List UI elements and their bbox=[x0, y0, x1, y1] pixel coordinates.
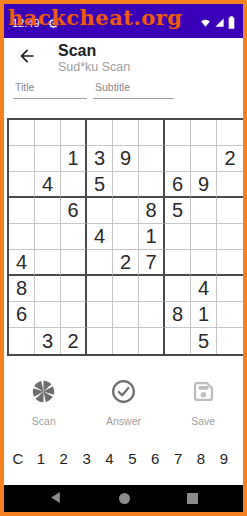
cell-r5c2[interactable] bbox=[35, 224, 61, 250]
cell-r8c1[interactable]: 6 bbox=[9, 302, 35, 328]
cell-r7c9[interactable] bbox=[217, 276, 243, 302]
cell-r3c7[interactable]: 6 bbox=[165, 172, 191, 198]
cell-r4c7[interactable]: 5 bbox=[165, 198, 191, 224]
cell-r7c6[interactable] bbox=[139, 276, 165, 302]
cell-r9c7[interactable] bbox=[165, 328, 191, 354]
cell-r4c5[interactable] bbox=[113, 198, 139, 224]
page-subtitle: Sud*ku Scan bbox=[58, 60, 130, 75]
signal-icon bbox=[214, 17, 225, 28]
cell-r2c1[interactable] bbox=[9, 146, 35, 172]
cell-r6c1[interactable]: 4 bbox=[9, 250, 35, 276]
aperture-icon bbox=[30, 378, 57, 409]
cell-r4c6[interactable]: 8 bbox=[139, 198, 165, 224]
cell-r3c9[interactable] bbox=[217, 172, 243, 198]
floppy-icon bbox=[190, 378, 217, 409]
scan-label: Scan bbox=[32, 415, 56, 427]
cell-r8c3[interactable] bbox=[61, 302, 87, 328]
cell-r2c9[interactable]: 2 bbox=[217, 146, 243, 172]
app-bar: Scan Sud*ku Scan bbox=[4, 38, 243, 78]
nav-back-icon[interactable] bbox=[49, 490, 62, 508]
nav-recents-icon[interactable] bbox=[187, 493, 198, 504]
cell-r3c3[interactable] bbox=[61, 172, 87, 198]
answer-button[interactable]: Answer bbox=[84, 378, 164, 427]
cell-r7c1[interactable]: 8 bbox=[9, 276, 35, 302]
arrow-back-icon bbox=[17, 46, 37, 70]
title-input[interactable]: Title bbox=[13, 78, 87, 99]
cell-r4c9[interactable] bbox=[217, 198, 243, 224]
cell-r9c6[interactable] bbox=[139, 328, 165, 354]
cell-r5c5[interactable] bbox=[113, 224, 139, 250]
cell-r2c8[interactable] bbox=[191, 146, 217, 172]
cell-r6c9[interactable] bbox=[217, 250, 243, 276]
clock: 12:49 bbox=[12, 17, 40, 29]
key-4[interactable]: 4 bbox=[104, 450, 116, 467]
key-3[interactable]: 3 bbox=[81, 450, 93, 467]
cell-r7c8[interactable]: 4 bbox=[191, 276, 217, 302]
cell-r4c8[interactable] bbox=[191, 198, 217, 224]
cell-r7c5[interactable] bbox=[113, 276, 139, 302]
cell-r9c9[interactable] bbox=[217, 328, 243, 354]
cell-r9c2[interactable]: 3 bbox=[35, 328, 61, 354]
cell-r6c6[interactable]: 7 bbox=[139, 250, 165, 276]
cell-r9c5[interactable] bbox=[113, 328, 139, 354]
cell-r3c8[interactable]: 9 bbox=[191, 172, 217, 198]
cell-r7c2[interactable] bbox=[35, 276, 61, 302]
key-6[interactable]: 6 bbox=[149, 450, 161, 467]
key-9[interactable]: 9 bbox=[218, 450, 230, 467]
key-8[interactable]: 8 bbox=[195, 450, 207, 467]
cell-r7c4[interactable] bbox=[87, 276, 113, 302]
cell-r4c1[interactable] bbox=[9, 198, 35, 224]
cell-r4c4[interactable] bbox=[87, 198, 113, 224]
cell-r1c2[interactable] bbox=[35, 120, 61, 146]
cell-r6c8[interactable] bbox=[191, 250, 217, 276]
cell-r7c7[interactable] bbox=[165, 276, 191, 302]
cell-r5c8[interactable] bbox=[191, 224, 217, 250]
save-button[interactable]: Save bbox=[163, 378, 243, 427]
keypad: C123456789 bbox=[4, 449, 243, 467]
save-label: Save bbox=[191, 415, 215, 427]
cell-r5c3[interactable] bbox=[61, 224, 87, 250]
cell-r1c9[interactable] bbox=[217, 120, 243, 146]
cell-r9c3[interactable]: 2 bbox=[61, 328, 87, 354]
cell-r3c5[interactable] bbox=[113, 172, 139, 198]
cell-r4c3[interactable]: 6 bbox=[61, 198, 87, 224]
cell-r5c9[interactable] bbox=[217, 224, 243, 250]
status-bar: 12:49 ⚙ bbox=[4, 4, 243, 38]
cell-r2c7[interactable] bbox=[165, 146, 191, 172]
wifi-icon bbox=[200, 17, 211, 28]
cell-r9c8[interactable]: 5 bbox=[191, 328, 217, 354]
cell-r2c6[interactable] bbox=[139, 146, 165, 172]
cell-r2c3[interactable]: 1 bbox=[61, 146, 87, 172]
cell-r9c1[interactable] bbox=[9, 328, 35, 354]
cell-r3c1[interactable] bbox=[9, 172, 35, 198]
scan-button[interactable]: Scan bbox=[4, 378, 84, 427]
key-1[interactable]: 1 bbox=[35, 450, 47, 467]
cell-r1c3[interactable] bbox=[61, 120, 87, 146]
cell-r5c4[interactable]: 4 bbox=[87, 224, 113, 250]
cell-r6c3[interactable] bbox=[61, 250, 87, 276]
cell-r1c8[interactable] bbox=[191, 120, 217, 146]
cell-r2c2[interactable] bbox=[35, 146, 61, 172]
cell-r5c6[interactable]: 1 bbox=[139, 224, 165, 250]
key-7[interactable]: 7 bbox=[172, 450, 184, 467]
android-nav-bar bbox=[4, 485, 243, 512]
key-5[interactable]: 5 bbox=[126, 450, 138, 467]
subtitle-input[interactable]: Subtitle bbox=[93, 78, 174, 99]
cell-r9c4[interactable] bbox=[87, 328, 113, 354]
battery-icon bbox=[228, 16, 235, 29]
cell-r5c7[interactable] bbox=[165, 224, 191, 250]
cell-r3c4[interactable]: 5 bbox=[87, 172, 113, 198]
gear-icon: ⚙ bbox=[48, 17, 60, 30]
cell-r8c9[interactable] bbox=[217, 302, 243, 328]
cell-r5c1[interactable] bbox=[9, 224, 35, 250]
cell-r6c4[interactable] bbox=[87, 250, 113, 276]
cell-r7c3[interactable] bbox=[61, 276, 87, 302]
cell-r2c5[interactable]: 9 bbox=[113, 146, 139, 172]
cell-r8c6[interactable] bbox=[139, 302, 165, 328]
cell-r2c4[interactable]: 3 bbox=[87, 146, 113, 172]
phone-screen: hackcheat.org 12:49 ⚙ Scan Sud*ku Scan bbox=[0, 0, 247, 516]
cell-r6c2[interactable] bbox=[35, 250, 61, 276]
key-2[interactable]: 2 bbox=[58, 450, 70, 467]
sudoku-grid: 139245696854142784681325 bbox=[7, 118, 245, 356]
cell-r6c7[interactable] bbox=[165, 250, 191, 276]
answer-label: Answer bbox=[106, 415, 141, 427]
check-circle-icon bbox=[110, 378, 137, 409]
cell-r4c2[interactable] bbox=[35, 198, 61, 224]
cell-r8c4[interactable] bbox=[87, 302, 113, 328]
cell-r1c1[interactable] bbox=[9, 120, 35, 146]
cell-r1c4[interactable] bbox=[87, 120, 113, 146]
cell-r8c2[interactable] bbox=[35, 302, 61, 328]
action-bar: Scan Answer Save bbox=[4, 378, 243, 427]
cell-r3c2[interactable]: 4 bbox=[35, 172, 61, 198]
cell-r8c5[interactable] bbox=[113, 302, 139, 328]
cell-r8c8[interactable]: 1 bbox=[191, 302, 217, 328]
cell-r3c6[interactable] bbox=[139, 172, 165, 198]
cell-r8c7[interactable]: 8 bbox=[165, 302, 191, 328]
back-button[interactable] bbox=[15, 46, 39, 70]
page-title: Scan bbox=[58, 42, 130, 60]
key-C[interactable]: C bbox=[12, 450, 24, 467]
form-fields: Title Subtitle bbox=[13, 78, 243, 102]
cell-r6c5[interactable]: 2 bbox=[113, 250, 139, 276]
cell-r1c6[interactable] bbox=[139, 120, 165, 146]
nav-home-icon[interactable] bbox=[119, 493, 130, 504]
cell-r1c5[interactable] bbox=[113, 120, 139, 146]
cell-r1c7[interactable] bbox=[165, 120, 191, 146]
